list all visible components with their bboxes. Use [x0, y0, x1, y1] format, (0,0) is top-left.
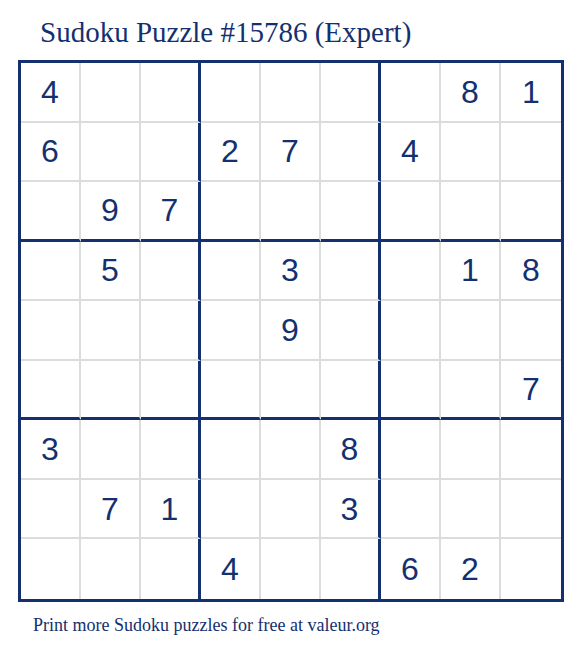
cell-r5c4 [201, 301, 261, 361]
cell-r3c9 [501, 182, 561, 242]
cell-r6c1 [21, 361, 81, 421]
cell-r6c3 [141, 361, 201, 421]
cell-r5c8 [441, 301, 501, 361]
cell-r3c4 [201, 182, 261, 242]
cell-r8c6: 3 [321, 480, 381, 540]
cell-r9c6 [321, 539, 381, 599]
cell-r6c4 [201, 361, 261, 421]
cell-r4c2: 5 [81, 242, 141, 302]
cell-r2c9 [501, 123, 561, 183]
cell-r2c4: 2 [201, 123, 261, 183]
cell-r8c4 [201, 480, 261, 540]
cell-r3c8 [441, 182, 501, 242]
cell-r8c5 [261, 480, 321, 540]
cell-r2c8 [441, 123, 501, 183]
cell-r5c6 [321, 301, 381, 361]
cell-r7c6: 8 [321, 420, 381, 480]
cell-r4c5: 3 [261, 242, 321, 302]
cell-r8c2: 7 [81, 480, 141, 540]
cell-r6c2 [81, 361, 141, 421]
cell-r4c3 [141, 242, 201, 302]
cell-r1c1: 4 [21, 63, 81, 123]
cell-r6c6 [321, 361, 381, 421]
cell-r7c4 [201, 420, 261, 480]
cell-r3c6 [321, 182, 381, 242]
cell-r2c2 [81, 123, 141, 183]
cell-r9c2 [81, 539, 141, 599]
cell-r2c5: 7 [261, 123, 321, 183]
cell-r4c8: 1 [441, 242, 501, 302]
cell-r4c9: 8 [501, 242, 561, 302]
cell-r2c6 [321, 123, 381, 183]
cell-r3c1 [21, 182, 81, 242]
cell-r1c9: 1 [501, 63, 561, 123]
cell-r3c5 [261, 182, 321, 242]
cell-r5c3 [141, 301, 201, 361]
cell-r5c5: 9 [261, 301, 321, 361]
cell-r9c8: 2 [441, 539, 501, 599]
cell-r5c2 [81, 301, 141, 361]
cell-r9c9 [501, 539, 561, 599]
cell-r7c2 [81, 420, 141, 480]
cell-r3c7 [381, 182, 441, 242]
cell-r6c5 [261, 361, 321, 421]
cell-r8c1 [21, 480, 81, 540]
cell-r6c7 [381, 361, 441, 421]
cell-r4c1 [21, 242, 81, 302]
cell-r7c9 [501, 420, 561, 480]
cell-r3c2: 9 [81, 182, 141, 242]
cell-r3c3: 7 [141, 182, 201, 242]
cell-r8c9 [501, 480, 561, 540]
cell-r7c5 [261, 420, 321, 480]
cell-r8c8 [441, 480, 501, 540]
cell-r1c7 [381, 63, 441, 123]
cell-r1c3 [141, 63, 201, 123]
cell-r8c7 [381, 480, 441, 540]
cell-r5c7 [381, 301, 441, 361]
cell-r9c5 [261, 539, 321, 599]
cell-r4c6 [321, 242, 381, 302]
cell-r1c5 [261, 63, 321, 123]
cell-r7c8 [441, 420, 501, 480]
cell-r2c7: 4 [381, 123, 441, 183]
cell-r1c4 [201, 63, 261, 123]
cell-r1c6 [321, 63, 381, 123]
cell-r7c3 [141, 420, 201, 480]
cell-r2c3 [141, 123, 201, 183]
cell-r8c3: 1 [141, 480, 201, 540]
cell-r4c4 [201, 242, 261, 302]
cell-r5c9 [501, 301, 561, 361]
cell-r6c9: 7 [501, 361, 561, 421]
cell-r1c2 [81, 63, 141, 123]
sudoku-page: Sudoku Puzzle #15786 (Expert) 4816274975… [0, 0, 580, 651]
cell-r2c1: 6 [21, 123, 81, 183]
cell-r9c4: 4 [201, 539, 261, 599]
cell-r4c7 [381, 242, 441, 302]
page-title: Sudoku Puzzle #15786 (Expert) [40, 16, 411, 49]
cell-r9c1 [21, 539, 81, 599]
cell-r6c8 [441, 361, 501, 421]
cell-r5c1 [21, 301, 81, 361]
cell-r7c7 [381, 420, 441, 480]
cell-r1c8: 8 [441, 63, 501, 123]
sudoku-grid: 48162749753189738713462 [18, 60, 564, 602]
footer-text: Print more Sudoku puzzles for free at va… [33, 615, 380, 636]
cell-r9c7: 6 [381, 539, 441, 599]
cell-r7c1: 3 [21, 420, 81, 480]
cell-r9c3 [141, 539, 201, 599]
